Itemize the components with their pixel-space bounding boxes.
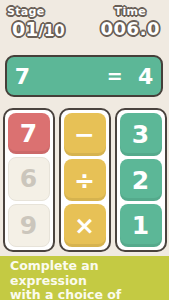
- time-value: 006.0: [101, 19, 160, 39]
- stage-display: Stage 01/10: [7, 6, 65, 41]
- numbers-column: 7 6 9: [3, 108, 55, 252]
- answer-tile-1[interactable]: 1: [120, 204, 162, 247]
- equation-result: 4: [130, 64, 161, 89]
- answers-column: 3 2 1: [115, 108, 167, 252]
- stage-total: /10: [38, 22, 64, 40]
- number-tile-6[interactable]: 6: [8, 157, 50, 200]
- operator-tile-multiply[interactable]: ×: [64, 204, 106, 247]
- equals-sign: =: [99, 65, 130, 87]
- instruction-line-2: with a choice of: [10, 288, 169, 300]
- stage-current: 01: [12, 18, 38, 40]
- operator-tile-divide[interactable]: ÷: [64, 159, 106, 202]
- instruction-banner: Complete an expression with a choice of …: [0, 256, 169, 300]
- number-tile-7[interactable]: 7: [8, 113, 50, 154]
- equation-bar: 7 = 4: [5, 55, 163, 97]
- stage-label: Stage: [7, 6, 65, 18]
- operator-tile-minus[interactable]: −: [64, 113, 106, 156]
- equation-first-number: 7: [7, 64, 38, 89]
- number-tile-9[interactable]: 9: [8, 204, 50, 247]
- answer-tile-3[interactable]: 3: [120, 113, 162, 156]
- stage-value: 01/10: [12, 19, 65, 41]
- time-display: Time 006.0: [101, 6, 160, 39]
- instruction-line-1: Complete an expression: [10, 259, 169, 288]
- time-label: Time: [101, 6, 160, 18]
- game-screen: { "game": "Arithmetic expression puzzle …: [0, 0, 169, 300]
- operators-column: − ÷ ×: [59, 108, 111, 252]
- tile-board: 7 6 9 − ÷ × 3 2 1: [0, 108, 169, 252]
- answer-tile-2[interactable]: 2: [120, 159, 162, 202]
